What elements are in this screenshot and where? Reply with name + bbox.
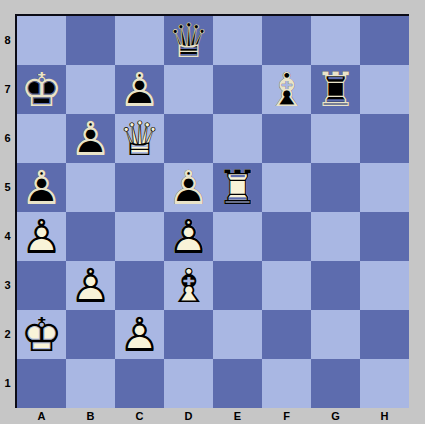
square-a5[interactable]: ♟♙ (17, 163, 66, 212)
square-c8[interactable] (115, 16, 164, 65)
square-c2[interactable]: ♟♙ (115, 310, 164, 359)
square-f8[interactable] (262, 16, 311, 65)
square-g6[interactable] (311, 114, 360, 163)
piece-glyph-outline: ♖ (311, 65, 360, 114)
square-a8[interactable] (17, 16, 66, 65)
square-f1[interactable] (262, 359, 311, 408)
square-b2[interactable] (66, 310, 115, 359)
black-rook-icon: ♜♖ (311, 65, 360, 114)
piece-glyph-fill: ♛ (115, 114, 164, 163)
white-bishop-icon: ♝♗ (164, 261, 213, 310)
chess-board: ♛♕♚♔♟♙♝♗♜♖♟♙♛♕♟♙♟♙♜♖♟♙♟♙♟♙♝♗♚♔♟♙ (15, 14, 409, 408)
square-d2[interactable] (164, 310, 213, 359)
square-c1[interactable] (115, 359, 164, 408)
file-label-g: G (311, 408, 360, 424)
square-h8[interactable] (360, 16, 409, 65)
white-pawn-icon: ♟♙ (17, 212, 66, 261)
piece-glyph-outline: ♙ (66, 114, 115, 163)
piece-glyph-fill: ♚ (17, 65, 66, 114)
square-e7[interactable] (213, 65, 262, 114)
square-h1[interactable] (360, 359, 409, 408)
square-h4[interactable] (360, 212, 409, 261)
square-a7[interactable]: ♚♔ (17, 65, 66, 114)
piece-glyph-outline: ♗ (262, 65, 311, 114)
square-f7[interactable]: ♝♗ (262, 65, 311, 114)
piece-glyph-fill: ♜ (311, 65, 360, 114)
square-h3[interactable] (360, 261, 409, 310)
square-c4[interactable] (115, 212, 164, 261)
square-e2[interactable] (213, 310, 262, 359)
square-g1[interactable] (311, 359, 360, 408)
piece-glyph-fill: ♟ (115, 310, 164, 359)
file-label-e: E (213, 408, 262, 424)
white-rook-icon: ♜♖ (213, 163, 262, 212)
square-g4[interactable] (311, 212, 360, 261)
piece-glyph-outline: ♗ (164, 261, 213, 310)
file-labels: ABCDEFGH (17, 408, 409, 424)
square-e6[interactable] (213, 114, 262, 163)
square-c3[interactable] (115, 261, 164, 310)
square-h7[interactable] (360, 65, 409, 114)
piece-glyph-outline: ♙ (17, 212, 66, 261)
file-label-f: F (262, 408, 311, 424)
rank-label-5: 5 (0, 163, 15, 212)
piece-glyph-fill: ♟ (66, 114, 115, 163)
file-label-b: B (66, 408, 115, 424)
square-e5[interactable]: ♜♖ (213, 163, 262, 212)
square-a6[interactable] (17, 114, 66, 163)
piece-glyph-outline: ♙ (66, 261, 115, 310)
piece-glyph-outline: ♔ (17, 310, 66, 359)
square-d4[interactable]: ♟♙ (164, 212, 213, 261)
piece-glyph-fill: ♚ (17, 310, 66, 359)
square-b3[interactable]: ♟♙ (66, 261, 115, 310)
file-label-c: C (115, 408, 164, 424)
square-h2[interactable] (360, 310, 409, 359)
square-h6[interactable] (360, 114, 409, 163)
rank-label-1: 1 (0, 359, 15, 408)
piece-glyph-fill: ♟ (17, 212, 66, 261)
rank-labels: 87654321 (0, 16, 15, 408)
square-f2[interactable] (262, 310, 311, 359)
square-f3[interactable] (262, 261, 311, 310)
rank-label-2: 2 (0, 310, 15, 359)
piece-glyph-outline: ♙ (164, 212, 213, 261)
square-c5[interactable] (115, 163, 164, 212)
square-c6[interactable]: ♛♕ (115, 114, 164, 163)
square-b7[interactable] (66, 65, 115, 114)
white-king-icon: ♚♔ (17, 310, 66, 359)
rank-label-7: 7 (0, 65, 15, 114)
piece-glyph-outline: ♙ (17, 163, 66, 212)
square-g2[interactable] (311, 310, 360, 359)
piece-glyph-outline: ♔ (17, 65, 66, 114)
piece-glyph-outline: ♙ (115, 310, 164, 359)
white-pawn-icon: ♟♙ (115, 310, 164, 359)
square-f4[interactable] (262, 212, 311, 261)
square-a3[interactable] (17, 261, 66, 310)
square-e4[interactable] (213, 212, 262, 261)
square-c7[interactable]: ♟♙ (115, 65, 164, 114)
black-bishop-icon: ♝♗ (262, 65, 311, 114)
file-label-h: H (360, 408, 409, 424)
file-label-a: A (17, 408, 66, 424)
piece-glyph-fill: ♟ (17, 163, 66, 212)
square-b5[interactable] (66, 163, 115, 212)
square-a2[interactable]: ♚♔ (17, 310, 66, 359)
piece-glyph-fill: ♛ (164, 16, 213, 65)
chess-diagram: 87654321 ♛♕♚♔♟♙♝♗♜♖♟♙♛♕♟♙♟♙♜♖♟♙♟♙♟♙♝♗♚♔♟… (0, 0, 425, 424)
square-b4[interactable] (66, 212, 115, 261)
black-queen-icon: ♛♕ (164, 16, 213, 65)
square-g7[interactable]: ♜♖ (311, 65, 360, 114)
black-pawn-icon: ♟♙ (17, 163, 66, 212)
piece-glyph-outline: ♕ (115, 114, 164, 163)
piece-glyph-outline: ♖ (213, 163, 262, 212)
square-d7[interactable] (164, 65, 213, 114)
piece-glyph-fill: ♟ (115, 65, 164, 114)
square-d1[interactable] (164, 359, 213, 408)
piece-glyph-outline: ♙ (164, 163, 213, 212)
square-a1[interactable] (17, 359, 66, 408)
piece-glyph-outline: ♕ (164, 16, 213, 65)
square-b8[interactable] (66, 16, 115, 65)
rank-label-8: 8 (0, 16, 15, 65)
black-pawn-icon: ♟♙ (164, 163, 213, 212)
square-e1[interactable] (213, 359, 262, 408)
square-g3[interactable] (311, 261, 360, 310)
piece-glyph-fill: ♝ (164, 261, 213, 310)
black-king-icon: ♚♔ (17, 65, 66, 114)
white-pawn-icon: ♟♙ (164, 212, 213, 261)
black-pawn-icon: ♟♙ (66, 114, 115, 163)
piece-glyph-fill: ♟ (66, 261, 115, 310)
square-g5[interactable] (311, 163, 360, 212)
rank-label-4: 4 (0, 212, 15, 261)
square-d6[interactable] (164, 114, 213, 163)
square-e8[interactable] (213, 16, 262, 65)
black-pawn-icon: ♟♙ (115, 65, 164, 114)
square-f5[interactable] (262, 163, 311, 212)
square-b6[interactable]: ♟♙ (66, 114, 115, 163)
square-d5[interactable]: ♟♙ (164, 163, 213, 212)
rank-label-6: 6 (0, 114, 15, 163)
piece-glyph-fill: ♜ (213, 163, 262, 212)
piece-glyph-fill: ♟ (164, 163, 213, 212)
square-h5[interactable] (360, 163, 409, 212)
white-pawn-icon: ♟♙ (66, 261, 115, 310)
piece-glyph-outline: ♙ (115, 65, 164, 114)
square-d3[interactable]: ♝♗ (164, 261, 213, 310)
white-queen-icon: ♛♕ (115, 114, 164, 163)
square-a4[interactable]: ♟♙ (17, 212, 66, 261)
piece-glyph-fill: ♟ (164, 212, 213, 261)
file-label-d: D (164, 408, 213, 424)
piece-glyph-fill: ♝ (262, 65, 311, 114)
square-d8[interactable]: ♛♕ (164, 16, 213, 65)
square-g8[interactable] (311, 16, 360, 65)
square-e3[interactable] (213, 261, 262, 310)
square-f6[interactable] (262, 114, 311, 163)
square-b1[interactable] (66, 359, 115, 408)
rank-label-3: 3 (0, 261, 15, 310)
